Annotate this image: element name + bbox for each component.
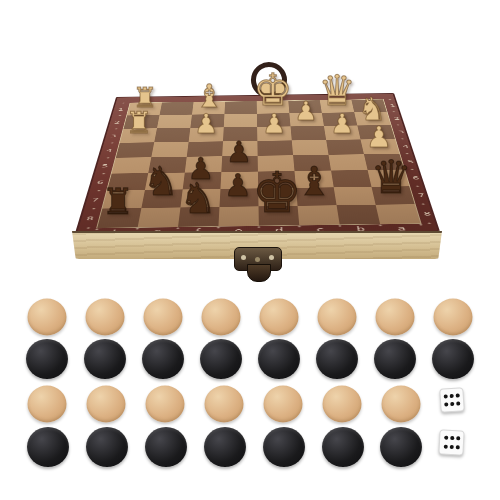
dark-checker-disc — [258, 339, 300, 379]
brass-pin-icon — [298, 226, 301, 228]
brass-pin-icon — [217, 227, 220, 229]
die-pip-icon — [455, 445, 459, 449]
board-square — [257, 113, 291, 127]
brass-pin-icon — [111, 142, 114, 143]
light-checker-disc — [376, 299, 415, 336]
rank-label: 4 — [106, 148, 113, 152]
board-square — [258, 171, 296, 188]
board-square — [102, 190, 145, 209]
die-pip-icon — [456, 402, 460, 406]
die-pip-icon — [444, 394, 448, 398]
rank-label: 2 — [393, 116, 400, 120]
board-square — [357, 125, 395, 139]
light-checker-disc — [146, 386, 185, 423]
file-label: a — [397, 225, 407, 231]
rank-label: 5 — [407, 159, 414, 163]
light-checker-disc — [318, 299, 357, 336]
die-pip-icon — [444, 436, 448, 440]
brass-pin-icon — [95, 229, 98, 231]
board-square — [296, 187, 337, 205]
board-square — [257, 126, 292, 140]
board-square — [138, 207, 181, 227]
die-showing-6 — [439, 387, 465, 413]
rank-label: 8 — [86, 216, 94, 221]
clasp-latch-icon — [234, 247, 282, 271]
board-square — [322, 112, 357, 126]
die-pip-icon — [455, 393, 459, 397]
light-checker-disc — [202, 299, 241, 336]
dark-checker-disc — [84, 339, 126, 379]
rank-label: 1 — [389, 104, 396, 107]
board-square — [141, 189, 182, 208]
board-square — [320, 100, 354, 113]
die-showing-6 — [438, 429, 464, 455]
board-square — [218, 206, 258, 226]
board-square — [223, 127, 257, 141]
die-pip-icon — [445, 403, 449, 407]
board-square — [288, 100, 322, 113]
dark-checker-disc — [380, 427, 422, 467]
dark-checker-disc — [142, 339, 184, 379]
board-square — [189, 127, 224, 141]
light-checker-disc — [144, 299, 183, 336]
brass-pin-icon — [257, 226, 260, 228]
board-square — [148, 157, 187, 173]
board-square — [157, 115, 192, 129]
board-square — [154, 128, 190, 143]
rank-label: 7 — [91, 197, 99, 202]
board-square — [337, 205, 380, 225]
dark-checker-disc — [316, 339, 358, 379]
die-pip-icon — [456, 436, 460, 440]
brass-pin-icon — [393, 111, 396, 112]
board-square — [185, 156, 222, 172]
board-square — [187, 141, 223, 156]
board-square — [291, 126, 327, 140]
board-square — [298, 205, 340, 225]
light-checker-disc — [323, 386, 362, 423]
board-square — [190, 114, 224, 128]
rank-label: 5 — [101, 163, 108, 167]
board-square — [376, 204, 421, 224]
brass-pin-icon — [419, 224, 422, 225]
dark-checker-disc — [27, 427, 69, 467]
brass-pin-icon — [176, 227, 179, 229]
board-square — [354, 112, 390, 126]
rank-label: 8 — [423, 211, 431, 216]
board-square — [257, 101, 290, 114]
brass-pin-icon — [379, 225, 382, 227]
rank-label: 3 — [398, 130, 405, 134]
brass-pin-icon — [422, 203, 425, 204]
brass-pin-icon — [107, 157, 110, 158]
dark-checker-disc — [145, 427, 187, 467]
die-pip-icon — [450, 394, 454, 398]
light-checker-disc — [434, 299, 473, 336]
light-checker-disc — [264, 386, 303, 423]
board-square — [112, 157, 152, 173]
board-square — [293, 155, 331, 171]
board-square — [294, 171, 333, 188]
board-square — [351, 99, 386, 112]
board-square — [222, 141, 257, 156]
die-pip-icon — [450, 436, 454, 440]
board-square — [371, 186, 414, 204]
board-square — [180, 189, 220, 208]
dark-checker-disc — [204, 427, 246, 467]
board-square — [361, 139, 400, 154]
board-square — [334, 187, 376, 205]
board-square — [289, 113, 324, 127]
dark-checker-disc — [263, 427, 305, 467]
board-square — [258, 155, 295, 171]
brass-pin-icon — [87, 227, 90, 229]
board-square — [219, 188, 258, 207]
brass-pin-icon — [115, 128, 118, 129]
chess-board-grid — [97, 99, 420, 227]
dark-checker-disc — [26, 339, 68, 379]
brass-pin-icon — [411, 169, 414, 170]
brass-pin-icon — [338, 225, 341, 227]
board-square — [178, 207, 219, 227]
light-checker-disc — [382, 386, 421, 423]
brass-pin-icon — [428, 222, 431, 223]
brass-pin-icon — [119, 115, 122, 116]
die-pip-icon — [450, 402, 454, 406]
rank-label: 3 — [110, 134, 117, 138]
light-checker-disc — [28, 299, 67, 336]
board-square — [145, 173, 185, 190]
brass-pin-icon — [389, 99, 392, 100]
board-square — [326, 139, 364, 154]
brass-pin-icon — [92, 208, 95, 209]
light-checker-disc — [86, 299, 125, 336]
board-square — [331, 170, 371, 187]
die-pip-icon — [449, 445, 453, 449]
die-pip-icon — [443, 445, 447, 449]
product-photo: hgfedcba1122334455667788 ♜♝♚♛♞♟♜♟♟♟♟♟♟♞♟… — [0, 0, 500, 500]
board-square — [258, 188, 297, 207]
rank-label: 4 — [402, 144, 409, 148]
board-square — [107, 173, 148, 190]
board-square — [120, 128, 157, 143]
light-checker-disc — [87, 386, 126, 423]
board-square — [116, 142, 154, 157]
rank-label: 7 — [417, 193, 425, 198]
rank-label: 6 — [412, 175, 420, 180]
dark-checker-disc — [322, 427, 364, 467]
board-square — [97, 208, 141, 228]
board-square — [224, 101, 256, 114]
board-square — [257, 140, 293, 155]
dark-checker-disc — [374, 339, 416, 379]
board-square — [151, 142, 188, 157]
light-checker-disc — [260, 299, 299, 336]
brass-pin-icon — [401, 138, 404, 139]
board-square — [364, 154, 404, 170]
brass-pin-icon — [102, 173, 105, 174]
board-square — [324, 125, 361, 139]
rank-label: 6 — [97, 180, 105, 185]
light-checker-disc — [28, 386, 67, 423]
board-square — [160, 102, 194, 115]
dark-checker-disc — [200, 339, 242, 379]
brass-pin-icon — [406, 153, 409, 154]
board-square — [224, 114, 257, 128]
chess-board: hgfedcba1122334455667788 — [74, 93, 440, 236]
file-label: b — [356, 225, 365, 232]
board-square — [221, 156, 258, 172]
dark-checker-disc — [86, 427, 128, 467]
board-square — [124, 115, 160, 129]
board-square — [329, 154, 368, 170]
rank-label: 1 — [118, 108, 124, 111]
light-checker-disc — [205, 386, 244, 423]
brass-pin-icon — [397, 124, 400, 125]
board-square — [220, 172, 258, 189]
board-square — [292, 140, 329, 155]
board-square — [183, 172, 222, 189]
brass-pin-icon — [416, 186, 419, 187]
board-square — [127, 102, 162, 115]
dark-checker-disc — [432, 339, 474, 379]
board-square — [192, 102, 225, 115]
board-square — [259, 206, 300, 226]
board-square — [368, 170, 410, 187]
brass-pin-icon — [136, 228, 139, 230]
brass-pin-icon — [97, 190, 100, 191]
rank-label: 2 — [114, 120, 121, 124]
brass-pin-icon — [122, 103, 125, 104]
